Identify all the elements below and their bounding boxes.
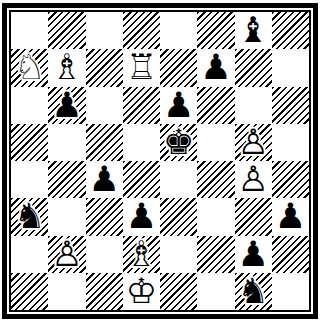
square-g1[interactable]: ♞♞	[235, 273, 272, 310]
white-rook-glyph: ♖	[126, 50, 157, 85]
square-e1[interactable]	[160, 273, 197, 310]
square-g4[interactable]: ♟♙	[235, 161, 272, 198]
piece-white-pawn[interactable]: ♟♙	[48, 236, 85, 273]
black-bishop-glyph: ♝	[237, 13, 268, 48]
piece-white-knight[interactable]: ♞♘	[11, 49, 48, 86]
black-pawn-glyph: ♟	[200, 50, 231, 85]
black-king-glyph: ♚	[163, 125, 194, 160]
board-outer-border: ♝♝♞♘♝♗♜♖♟♟♟♟♟♟♚♚♟♙♟♟♟♙♞♞♟♟♟♟♟♙♝♗♟♟♚♔♞♞	[2, 3, 318, 319]
square-a5[interactable]	[11, 124, 48, 161]
square-a8[interactable]	[11, 12, 48, 49]
square-f1[interactable]	[197, 273, 234, 310]
square-e3[interactable]	[160, 198, 197, 235]
square-a6[interactable]	[11, 87, 48, 124]
piece-black-pawn[interactable]: ♟♟	[160, 87, 197, 124]
square-e4[interactable]	[160, 161, 197, 198]
white-pawn-glyph: ♙	[237, 162, 268, 197]
square-a2[interactable]	[11, 236, 48, 273]
square-c1[interactable]	[86, 273, 123, 310]
square-c2[interactable]	[86, 236, 123, 273]
white-knight-glyph: ♘	[14, 50, 45, 85]
square-c7[interactable]	[86, 49, 123, 86]
square-h4[interactable]	[272, 161, 309, 198]
piece-black-knight[interactable]: ♞♞	[11, 198, 48, 235]
chess-diagram: ♝♝♞♘♝♗♜♖♟♟♟♟♟♟♚♚♟♙♟♟♟♙♞♞♟♟♟♟♟♙♝♗♟♟♚♔♞♞	[0, 0, 320, 322]
piece-white-rook[interactable]: ♜♖	[123, 49, 160, 86]
square-h2[interactable]	[272, 236, 309, 273]
square-a1[interactable]	[11, 273, 48, 310]
square-b7[interactable]: ♝♗	[48, 49, 85, 86]
square-b2[interactable]: ♟♙	[48, 236, 85, 273]
square-h7[interactable]	[272, 49, 309, 86]
square-b4[interactable]	[48, 161, 85, 198]
white-pawn-glyph: ♙	[51, 237, 82, 272]
square-d6[interactable]	[123, 87, 160, 124]
square-e5[interactable]: ♚♚	[160, 124, 197, 161]
black-pawn-glyph: ♟	[51, 88, 82, 123]
square-d1[interactable]: ♚♔	[123, 273, 160, 310]
piece-black-pawn[interactable]: ♟♟	[86, 161, 123, 198]
square-f5[interactable]	[197, 124, 234, 161]
square-d3[interactable]: ♟♟	[123, 198, 160, 235]
square-g7[interactable]	[235, 49, 272, 86]
square-e7[interactable]	[160, 49, 197, 86]
white-bishop-glyph: ♗	[51, 50, 82, 85]
piece-white-bishop[interactable]: ♝♗	[123, 236, 160, 273]
square-h6[interactable]	[272, 87, 309, 124]
square-f2[interactable]	[197, 236, 234, 273]
black-pawn-glyph: ♟	[237, 237, 268, 272]
square-b8[interactable]	[48, 12, 85, 49]
white-pawn-glyph: ♙	[237, 125, 268, 160]
chess-board: ♝♝♞♘♝♗♜♖♟♟♟♟♟♟♚♚♟♙♟♟♟♙♞♞♟♟♟♟♟♙♝♗♟♟♚♔♞♞	[11, 12, 309, 310]
square-g3[interactable]	[235, 198, 272, 235]
piece-white-pawn[interactable]: ♟♙	[235, 124, 272, 161]
square-h5[interactable]	[272, 124, 309, 161]
square-a7[interactable]: ♞♘	[11, 49, 48, 86]
piece-black-pawn[interactable]: ♟♟	[197, 49, 234, 86]
square-h3[interactable]: ♟♟	[272, 198, 309, 235]
square-f4[interactable]	[197, 161, 234, 198]
square-b6[interactable]: ♟♟	[48, 87, 85, 124]
square-c4[interactable]: ♟♟	[86, 161, 123, 198]
square-f3[interactable]	[197, 198, 234, 235]
black-knight-glyph: ♞	[237, 274, 268, 309]
white-king-glyph: ♔	[126, 274, 157, 309]
square-h1[interactable]	[272, 273, 309, 310]
square-g6[interactable]	[235, 87, 272, 124]
square-d5[interactable]	[123, 124, 160, 161]
square-d2[interactable]: ♝♗	[123, 236, 160, 273]
piece-black-pawn[interactable]: ♟♟	[123, 198, 160, 235]
black-pawn-glyph: ♟	[88, 162, 119, 197]
square-e2[interactable]	[160, 236, 197, 273]
black-pawn-glyph: ♟	[126, 199, 157, 234]
square-a3[interactable]: ♞♞	[11, 198, 48, 235]
square-d8[interactable]	[123, 12, 160, 49]
square-a4[interactable]	[11, 161, 48, 198]
piece-white-pawn[interactable]: ♟♙	[235, 161, 272, 198]
piece-black-king[interactable]: ♚♚	[160, 124, 197, 161]
black-knight-glyph: ♞	[14, 199, 45, 234]
piece-black-pawn[interactable]: ♟♟	[48, 87, 85, 124]
piece-black-pawn[interactable]: ♟♟	[235, 236, 272, 273]
square-f6[interactable]	[197, 87, 234, 124]
square-g8[interactable]: ♝♝	[235, 12, 272, 49]
white-bishop-glyph: ♗	[126, 237, 157, 272]
piece-black-pawn[interactable]: ♟♟	[272, 198, 309, 235]
square-h8[interactable]	[272, 12, 309, 49]
square-e6[interactable]: ♟♟	[160, 87, 197, 124]
square-f8[interactable]	[197, 12, 234, 49]
square-g2[interactable]: ♟♟	[235, 236, 272, 273]
piece-white-king[interactable]: ♚♔	[123, 273, 160, 310]
square-b1[interactable]	[48, 273, 85, 310]
piece-white-bishop[interactable]: ♝♗	[48, 49, 85, 86]
square-b5[interactable]	[48, 124, 85, 161]
board-inner-border: ♝♝♞♘♝♗♜♖♟♟♟♟♟♟♚♚♟♙♟♟♟♙♞♞♟♟♟♟♟♙♝♗♟♟♚♔♞♞	[9, 10, 311, 312]
square-c5[interactable]	[86, 124, 123, 161]
square-c6[interactable]	[86, 87, 123, 124]
black-pawn-glyph: ♟	[163, 88, 194, 123]
square-c3[interactable]	[86, 198, 123, 235]
square-b3[interactable]	[48, 198, 85, 235]
black-pawn-glyph: ♟	[275, 199, 306, 234]
square-e8[interactable]	[160, 12, 197, 49]
square-f7[interactable]: ♟♟	[197, 49, 234, 86]
square-d7[interactable]: ♜♖	[123, 49, 160, 86]
square-c8[interactable]	[86, 12, 123, 49]
piece-black-knight[interactable]: ♞♞	[235, 273, 272, 310]
square-d4[interactable]	[123, 161, 160, 198]
piece-black-bishop[interactable]: ♝♝	[235, 12, 272, 49]
square-g5[interactable]: ♟♙	[235, 124, 272, 161]
